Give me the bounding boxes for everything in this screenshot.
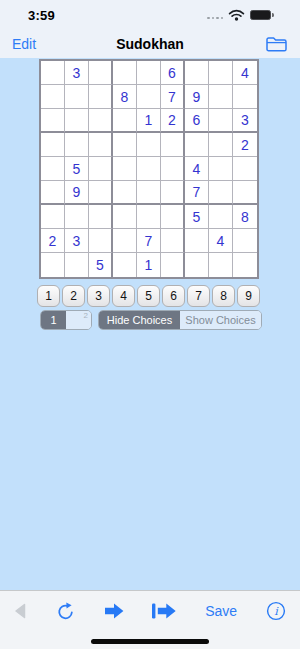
number-key-4[interactable]: 4 [112, 285, 135, 307]
sudoku-cell-r8c4[interactable] [113, 229, 137, 253]
sudoku-cell-r8c3[interactable] [89, 229, 113, 253]
sudoku-cell-r3c6[interactable]: 2 [161, 109, 185, 133]
sudoku-cell-r1c9[interactable]: 4 [233, 61, 257, 85]
svg-text:i: i [274, 605, 279, 618]
sudoku-cell-r9c6[interactable] [161, 253, 185, 277]
undo-button[interactable] [14, 600, 26, 622]
sudoku-cell-r9c2[interactable] [65, 253, 89, 277]
sudoku-cell-r3c3[interactable] [89, 109, 113, 133]
sudoku-cell-r3c8[interactable] [209, 109, 233, 133]
sudoku-cell-r6c2[interactable]: 9 [65, 181, 89, 205]
sudoku-cell-r7c8[interactable] [209, 205, 233, 229]
sudoku-cell-r2c9[interactable] [233, 85, 257, 109]
sudoku-cell-r1c6[interactable]: 6 [161, 61, 185, 85]
sudoku-cell-r8c2[interactable]: 3 [65, 229, 89, 253]
sudoku-cell-r2c4[interactable]: 8 [113, 85, 137, 109]
sudoku-cell-r2c3[interactable] [89, 85, 113, 109]
sudoku-cell-r9c8[interactable] [209, 253, 233, 277]
sudoku-cell-r1c3[interactable] [89, 61, 113, 85]
sudoku-cell-r3c9[interactable]: 3 [233, 109, 257, 133]
sudoku-cell-r5c2[interactable]: 5 [65, 157, 89, 181]
sudoku-cell-r5c3[interactable] [89, 157, 113, 181]
sudoku-cell-r6c5[interactable] [137, 181, 161, 205]
sudoku-cell-r5c1[interactable] [41, 157, 65, 181]
sudoku-cell-r5c7[interactable]: 4 [185, 157, 209, 181]
sudoku-cell-r5c8[interactable] [209, 157, 233, 181]
nav-bar: Edit Sudokhan [0, 30, 300, 58]
sudoku-cell-r7c2[interactable] [65, 205, 89, 229]
number-key-8[interactable]: 8 [212, 285, 235, 307]
status-icons [207, 9, 274, 21]
sudoku-cell-r6c7[interactable]: 7 [185, 181, 209, 205]
sudoku-cell-r8c6[interactable] [161, 229, 185, 253]
edit-button[interactable]: Edit [12, 36, 36, 52]
sudoku-cell-r7c9[interactable]: 8 [233, 205, 257, 229]
sudoku-cell-r6c3[interactable] [89, 181, 113, 205]
sudoku-cell-r4c8[interactable] [209, 133, 233, 157]
sudoku-cell-r6c6[interactable] [161, 181, 185, 205]
size-option-large[interactable]: 1 [41, 311, 66, 329]
sudoku-cell-r6c8[interactable] [209, 181, 233, 205]
sudoku-cell-r8c7[interactable] [185, 229, 209, 253]
choices-row: 1 2 Hide Choices Show Choices [40, 310, 300, 330]
sudoku-cell-r1c5[interactable] [137, 61, 161, 85]
sudoku-cell-r7c3[interactable] [89, 205, 113, 229]
info-button[interactable]: i [266, 600, 286, 622]
background [0, 330, 300, 590]
solve-button[interactable] [152, 600, 176, 622]
digit-size-selector: 1 2 [40, 310, 92, 330]
sudoku-cell-r8c5[interactable]: 7 [137, 229, 161, 253]
open-puzzles-button[interactable] [265, 35, 288, 53]
sudoku-cell-r2c7[interactable]: 9 [185, 85, 209, 109]
sudoku-cell-r8c8[interactable]: 4 [209, 229, 233, 253]
bottom-toolbar: Save i [0, 590, 300, 649]
sudoku-cell-r2c8[interactable] [209, 85, 233, 109]
right-arrow-icon [105, 603, 124, 619]
sudoku-cell-r9c4[interactable] [113, 253, 137, 277]
sudoku-cell-r7c7[interactable]: 5 [185, 205, 209, 229]
sudoku-cell-r9c3[interactable]: 5 [89, 253, 113, 277]
sudoku-cell-r1c1[interactable] [41, 61, 65, 85]
restart-button[interactable] [55, 600, 76, 622]
sudoku-cell-r6c1[interactable] [41, 181, 65, 205]
content-area: 36487912632549758237451 123456789 1 2 Hi… [0, 58, 300, 590]
cellular-signal-icon [207, 10, 223, 20]
sudoku-cell-r5c5[interactable] [137, 157, 161, 181]
sudoku-cell-r4c9[interactable]: 2 [233, 133, 257, 157]
sudoku-cell-r6c4[interactable] [113, 181, 137, 205]
number-key-3[interactable]: 3 [87, 285, 110, 307]
sudoku-cell-r4c5[interactable] [137, 133, 161, 157]
sudoku-cell-r9c1[interactable] [41, 253, 65, 277]
number-key-6[interactable]: 6 [162, 285, 185, 307]
sudoku-cell-r3c7[interactable]: 6 [185, 109, 209, 133]
sudoku-cell-r3c4[interactable] [113, 109, 137, 133]
sudoku-cell-r4c7[interactable] [185, 133, 209, 157]
save-button[interactable]: Save [205, 600, 237, 622]
number-key-2[interactable]: 2 [62, 285, 85, 307]
sudoku-cell-r4c2[interactable] [65, 133, 89, 157]
sudoku-cell-r2c6[interactable]: 7 [161, 85, 185, 109]
clock: 3:59 [28, 8, 55, 23]
sudoku-cell-r7c5[interactable] [137, 205, 161, 229]
step-button[interactable] [105, 600, 124, 622]
sudoku-cell-r3c2[interactable] [65, 109, 89, 133]
sudoku-cell-r9c7[interactable] [185, 253, 209, 277]
sudoku-cell-r2c2[interactable] [65, 85, 89, 109]
sudoku-cell-r8c9[interactable] [233, 229, 257, 253]
wifi-icon [228, 9, 245, 21]
sudoku-cell-r4c6[interactable] [161, 133, 185, 157]
sudoku-cell-r6c9[interactable] [233, 181, 257, 205]
page-title: Sudokhan [0, 36, 300, 52]
sudoku-cell-r1c4[interactable] [113, 61, 137, 85]
sudoku-cell-r8c1[interactable]: 2 [41, 229, 65, 253]
sudoku-cell-r1c7[interactable] [185, 61, 209, 85]
back-arrow-icon [14, 603, 26, 619]
number-key-9[interactable]: 9 [237, 285, 260, 307]
bar-right-arrow-icon [152, 603, 176, 619]
sudoku-cell-r5c4[interactable] [113, 157, 137, 181]
sudoku-cell-r7c1[interactable] [41, 205, 65, 229]
sudoku-cell-r1c2[interactable]: 3 [65, 61, 89, 85]
refresh-icon [55, 601, 76, 622]
show-choices-button[interactable]: Show Choices [180, 311, 261, 329]
sudoku-cell-r3c5[interactable]: 1 [137, 109, 161, 133]
sudoku-cell-r7c4[interactable] [113, 205, 137, 229]
sudoku-grid: 36487912632549758237451 [39, 59, 259, 279]
hide-choices-button[interactable]: Hide Choices [99, 311, 180, 329]
sudoku-cell-r7c6[interactable] [161, 205, 185, 229]
sudoku-cell-r2c5[interactable] [137, 85, 161, 109]
number-key-7[interactable]: 7 [187, 285, 210, 307]
sudoku-cell-r5c6[interactable] [161, 157, 185, 181]
choices-toggle: Hide Choices Show Choices [98, 310, 262, 330]
sudoku-cell-r5c9[interactable] [233, 157, 257, 181]
number-keypad: 123456789 [37, 285, 300, 307]
folder-icon [265, 35, 288, 53]
number-key-1[interactable]: 1 [37, 285, 60, 307]
status-bar: 3:59 [0, 0, 300, 30]
sudoku-cell-r4c4[interactable] [113, 133, 137, 157]
sudoku-cell-r9c5[interactable]: 1 [137, 253, 161, 277]
home-indicator[interactable] [91, 639, 209, 644]
sudoku-cell-r4c1[interactable] [41, 133, 65, 157]
sudoku-cell-r4c3[interactable] [89, 133, 113, 157]
sudoku-cell-r9c9[interactable] [233, 253, 257, 277]
sudoku-cell-r1c8[interactable] [209, 61, 233, 85]
battery-icon [250, 10, 274, 21]
info-icon: i [266, 601, 286, 621]
sudoku-cell-r2c1[interactable] [41, 85, 65, 109]
number-key-5[interactable]: 5 [137, 285, 160, 307]
size-option-small[interactable]: 2 [66, 311, 91, 329]
sudoku-cell-r3c1[interactable] [41, 109, 65, 133]
